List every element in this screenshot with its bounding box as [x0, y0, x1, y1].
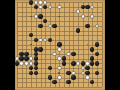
- white-stone[interactable]: [90, 5, 95, 10]
- grid-line-horizontal: [17, 54, 102, 55]
- black-stone[interactable]: [38, 47, 43, 52]
- go-board[interactable]: [15, 0, 105, 90]
- black-stone[interactable]: [71, 75, 76, 80]
- white-stone[interactable]: [43, 0, 48, 5]
- black-stone[interactable]: [85, 66, 90, 71]
- black-stone[interactable]: [34, 66, 39, 71]
- white-stone[interactable]: [52, 52, 57, 57]
- white-stone[interactable]: [24, 61, 29, 66]
- white-stone[interactable]: [76, 9, 81, 14]
- black-stone[interactable]: [71, 52, 76, 57]
- white-stone[interactable]: [57, 47, 62, 52]
- star-point: [58, 72, 60, 74]
- black-stone[interactable]: [34, 61, 39, 66]
- grid-line-horizontal: [17, 87, 102, 88]
- white-stone[interactable]: [29, 61, 34, 66]
- white-stone[interactable]: [57, 75, 62, 80]
- black-stone[interactable]: [90, 61, 95, 66]
- grid-line-horizontal: [17, 82, 102, 83]
- black-stone[interactable]: [29, 71, 34, 76]
- white-stone[interactable]: [43, 38, 48, 43]
- black-stone[interactable]: [62, 61, 67, 66]
- black-stone[interactable]: [71, 61, 76, 66]
- black-stone[interactable]: [52, 24, 57, 29]
- black-stone[interactable]: [43, 5, 48, 10]
- black-stone[interactable]: [90, 47, 95, 52]
- white-stone[interactable]: [57, 66, 62, 71]
- black-stone[interactable]: [85, 24, 90, 29]
- black-stone[interactable]: [66, 80, 71, 85]
- grid-line-vertical: [78, 2, 79, 87]
- black-stone[interactable]: [29, 33, 34, 38]
- screenshot-root: { "game": "go", "board": { "size": 19, "…: [0, 0, 120, 90]
- white-stone[interactable]: [95, 24, 100, 29]
- black-stone[interactable]: [95, 61, 100, 66]
- white-stone[interactable]: [57, 56, 62, 61]
- letterbox-right-bar: [105, 0, 120, 90]
- black-stone[interactable]: [95, 52, 100, 57]
- black-stone[interactable]: [76, 28, 81, 33]
- black-stone[interactable]: [38, 14, 43, 19]
- black-stone[interactable]: [48, 75, 53, 80]
- white-stone[interactable]: [48, 5, 53, 10]
- black-stone[interactable]: [43, 19, 48, 24]
- black-stone[interactable]: [29, 0, 34, 5]
- black-stone[interactable]: [48, 66, 53, 71]
- black-stone[interactable]: [90, 80, 95, 85]
- grid-line-vertical: [102, 2, 103, 87]
- grid-line-vertical: [64, 2, 65, 87]
- black-stone[interactable]: [34, 71, 39, 76]
- black-stone[interactable]: [95, 42, 100, 47]
- letterbox-left-bar: [0, 0, 15, 90]
- white-stone[interactable]: [57, 5, 62, 10]
- black-stone[interactable]: [38, 24, 43, 29]
- white-stone[interactable]: [76, 61, 81, 66]
- black-stone[interactable]: [29, 66, 34, 71]
- white-stone[interactable]: [85, 75, 90, 80]
- black-stone[interactable]: [52, 80, 57, 85]
- black-stone[interactable]: [48, 38, 53, 43]
- white-stone[interactable]: [81, 14, 86, 19]
- black-stone[interactable]: [95, 71, 100, 76]
- white-stone[interactable]: [90, 14, 95, 19]
